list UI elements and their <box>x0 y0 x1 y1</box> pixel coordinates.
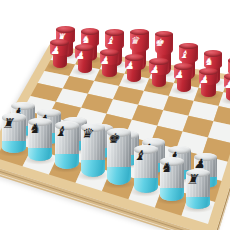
piece-top-face: ♝ <box>134 145 158 154</box>
pawn-symbol-icon: ♟ <box>224 78 230 90</box>
piece-white-knight-b1[interactable]: ♞ <box>28 118 52 162</box>
turquoise-band <box>55 154 79 169</box>
piece-white-queen-d1[interactable]: ♛ <box>81 123 105 177</box>
pawn-symbol-icon: ♟ <box>125 59 135 71</box>
piece-top-face: ♚ <box>107 128 131 137</box>
piece-top-face: ♝ <box>105 29 124 36</box>
knight-symbol-icon: ♞ <box>160 160 172 175</box>
king-symbol-icon: ♚ <box>155 36 164 48</box>
knight-symbol-icon: ♞ <box>28 121 40 136</box>
piece-black-pawn-g7[interactable]: ♟ <box>199 68 218 97</box>
rook-symbol-icon: ♜ <box>186 172 198 187</box>
turquoise-band <box>81 160 105 177</box>
pawn-symbol-icon: ♟ <box>100 54 110 66</box>
piece-top-face: ♟ <box>224 73 230 80</box>
king-symbol-icon: ♚ <box>107 131 119 146</box>
pawn-symbol-icon: ♟ <box>50 44 60 56</box>
turquoise-band <box>186 197 210 209</box>
bishop-symbol-icon: ♝ <box>55 124 67 139</box>
piece-white-king-e1[interactable]: ♚ <box>107 128 131 185</box>
piece-top-face: ♛ <box>81 123 105 132</box>
piece-top-face: ♟ <box>11 102 34 110</box>
knight-symbol-icon: ♞ <box>204 55 213 67</box>
pawn-symbol-icon: ♟ <box>75 49 85 61</box>
piece-top-face: ♝ <box>179 43 198 50</box>
piece-top-face: ♟ <box>125 54 144 61</box>
piece-top-face: ♟ <box>168 146 191 154</box>
piece-black-pawn-a7[interactable]: ♟ <box>50 39 69 68</box>
piece-black-pawn-h7[interactable]: ♟ <box>224 73 230 102</box>
piece-white-knight-g1[interactable]: ♞ <box>160 157 184 201</box>
pawn-symbol-icon: ♟ <box>149 63 159 75</box>
piece-top-face: ♜ <box>228 57 230 64</box>
piece-black-pawn-f7[interactable]: ♟ <box>174 63 193 92</box>
piece-top-face: ♞ <box>81 28 100 35</box>
piece-top-face: ♜ <box>56 26 75 33</box>
piece-black-pawn-c7[interactable]: ♟ <box>100 49 119 78</box>
bishop-symbol-icon: ♝ <box>179 48 188 60</box>
piece-black-pawn-e7[interactable]: ♟ <box>149 58 168 87</box>
piece-top-face: ♟ <box>100 49 119 56</box>
rook-symbol-icon: ♜ <box>2 116 14 131</box>
turquoise-band <box>160 188 184 201</box>
turquoise-band <box>134 178 158 193</box>
chess-set-scene: ♜♞♝♛♚♝♞♜♟♟♟♟♟♟♟♟♟♟♟♟♟♟♟♟♜♞♝♛♚♝♞♜ <box>0 0 230 230</box>
piece-top-face: ♟ <box>75 44 94 51</box>
bishop-symbol-icon: ♝ <box>105 34 114 46</box>
queen-symbol-icon: ♛ <box>81 126 93 141</box>
piece-top-face: ♞ <box>204 50 223 57</box>
piece-white-rook-a1[interactable]: ♜ <box>2 113 26 153</box>
pieces-layer: ♜♞♝♛♚♝♞♜♟♟♟♟♟♟♟♟♟♟♟♟♟♟♟♟♜♞♝♛♚♝♞♜ <box>0 0 230 230</box>
queen-symbol-icon: ♛ <box>130 34 139 46</box>
piece-top-face: ♜ <box>2 113 26 122</box>
piece-black-pawn-d7[interactable]: ♟ <box>125 54 144 83</box>
piece-white-bishop-f1[interactable]: ♝ <box>134 145 158 193</box>
bishop-symbol-icon: ♝ <box>134 148 146 163</box>
piece-black-pawn-b7[interactable]: ♟ <box>75 44 94 73</box>
piece-white-rook-h1[interactable]: ♜ <box>186 169 210 209</box>
piece-top-face: ♟ <box>199 68 218 75</box>
pawn-symbol-icon: ♟ <box>199 73 209 85</box>
piece-white-bishop-c1[interactable]: ♝ <box>55 121 79 169</box>
pawn-symbol-icon: ♟ <box>174 68 184 80</box>
